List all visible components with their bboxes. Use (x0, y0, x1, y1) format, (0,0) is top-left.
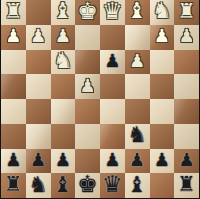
square-c6[interactable]: ♞ (125, 124, 150, 149)
square-b1[interactable]: ♞ (150, 0, 175, 25)
square-b4[interactable] (150, 74, 175, 99)
square-e3[interactable] (75, 50, 100, 75)
square-b2[interactable]: ♟ (150, 25, 175, 50)
square-f2[interactable]: ♟ (51, 25, 76, 50)
black-pawn[interactable]: ♟ (104, 151, 120, 169)
square-g8[interactable]: ♞ (26, 173, 51, 198)
square-f7[interactable]: ♟ (51, 149, 76, 174)
square-c3[interactable]: ♟ (125, 50, 150, 75)
white-queen[interactable]: ♛ (102, 0, 123, 23)
square-c5[interactable] (125, 99, 150, 124)
square-g2[interactable]: ♟ (26, 25, 51, 50)
square-d4[interactable] (100, 74, 125, 99)
black-pawn[interactable]: ♟ (5, 151, 21, 169)
black-pawn[interactable]: ♟ (55, 151, 71, 169)
white-rook[interactable]: ♜ (177, 1, 196, 22)
square-a7[interactable]: ♟ (174, 149, 199, 174)
square-f8[interactable]: ♝ (51, 173, 76, 198)
white-rook[interactable]: ♜ (4, 1, 23, 22)
square-g6[interactable] (26, 124, 51, 149)
square-h5[interactable] (1, 99, 26, 124)
square-b5[interactable] (150, 99, 175, 124)
black-pawn[interactable]: ♟ (30, 151, 46, 169)
square-d6[interactable] (100, 124, 125, 149)
square-f4[interactable] (51, 74, 76, 99)
square-a1[interactable]: ♜ (174, 0, 199, 25)
black-rook[interactable]: ♜ (4, 174, 23, 195)
square-b6[interactable] (150, 124, 175, 149)
square-e4[interactable]: ♟ (75, 74, 100, 99)
black-pawn[interactable]: ♟ (179, 151, 195, 169)
square-g3[interactable] (26, 50, 51, 75)
square-f3[interactable]: ♞ (51, 50, 76, 75)
black-knight[interactable]: ♞ (127, 124, 147, 146)
white-king[interactable]: ♚ (77, 0, 98, 23)
black-rook[interactable]: ♜ (177, 174, 196, 195)
square-h3[interactable] (1, 50, 26, 75)
square-c4[interactable] (125, 74, 150, 99)
square-f6[interactable] (51, 124, 76, 149)
square-h2[interactable]: ♟ (1, 25, 26, 50)
black-bishop[interactable]: ♝ (53, 174, 73, 196)
white-knight[interactable]: ♞ (152, 0, 172, 22)
white-pawn[interactable]: ♟ (179, 27, 195, 45)
square-d8[interactable]: ♛ (100, 173, 125, 198)
white-pawn[interactable]: ♟ (55, 27, 71, 45)
square-e1[interactable]: ♚ (75, 0, 100, 25)
white-pawn[interactable]: ♟ (30, 27, 46, 45)
black-pawn[interactable]: ♟ (129, 151, 145, 169)
white-pawn[interactable]: ♟ (80, 77, 96, 95)
square-e2[interactable] (75, 25, 100, 50)
square-e6[interactable] (75, 124, 100, 149)
square-d1[interactable]: ♛ (100, 0, 125, 25)
square-e5[interactable] (75, 99, 100, 124)
black-pawn[interactable]: ♟ (104, 52, 120, 70)
square-h1[interactable]: ♜ (1, 0, 26, 25)
square-d2[interactable] (100, 25, 125, 50)
square-c1[interactable]: ♝ (125, 0, 150, 25)
square-g7[interactable]: ♟ (26, 149, 51, 174)
square-g5[interactable] (26, 99, 51, 124)
square-c8[interactable]: ♝ (125, 173, 150, 198)
square-g1[interactable] (26, 0, 51, 25)
square-a3[interactable] (174, 50, 199, 75)
square-h4[interactable] (1, 74, 26, 99)
square-e7[interactable] (75, 149, 100, 174)
white-knight[interactable]: ♞ (53, 50, 73, 72)
white-bishop[interactable]: ♝ (53, 0, 73, 22)
square-a6[interactable] (174, 124, 199, 149)
white-bishop[interactable]: ♝ (127, 0, 147, 22)
white-pawn[interactable]: ♟ (5, 27, 21, 45)
square-d3[interactable]: ♟ (100, 50, 125, 75)
square-b8[interactable] (150, 173, 175, 198)
chess-board: ♜♝♚♛♝♞♜♟♟♟♟♟♞♟♟♟♞♟♟♟♟♟♟♟♜♞♝♚♛♝♜ (0, 0, 200, 199)
square-g4[interactable] (26, 74, 51, 99)
white-pawn[interactable]: ♟ (129, 52, 145, 70)
square-c2[interactable] (125, 25, 150, 50)
square-h6[interactable] (1, 124, 26, 149)
square-h8[interactable]: ♜ (1, 173, 26, 198)
square-e8[interactable]: ♚ (75, 173, 100, 198)
square-a2[interactable]: ♟ (174, 25, 199, 50)
square-b7[interactable]: ♟ (150, 149, 175, 174)
square-d7[interactable]: ♟ (100, 149, 125, 174)
square-d5[interactable] (100, 99, 125, 124)
black-king[interactable]: ♚ (77, 173, 98, 196)
black-pawn[interactable]: ♟ (154, 151, 170, 169)
square-a8[interactable]: ♜ (174, 173, 199, 198)
square-b3[interactable] (150, 50, 175, 75)
square-c7[interactable]: ♟ (125, 149, 150, 174)
black-bishop[interactable]: ♝ (127, 174, 147, 196)
square-f1[interactable]: ♝ (51, 0, 76, 25)
square-a4[interactable] (174, 74, 199, 99)
square-a5[interactable] (174, 99, 199, 124)
black-knight[interactable]: ♞ (28, 174, 48, 196)
white-pawn[interactable]: ♟ (154, 27, 170, 45)
black-queen[interactable]: ♛ (102, 173, 123, 196)
square-h7[interactable]: ♟ (1, 149, 26, 174)
square-f5[interactable] (51, 99, 76, 124)
